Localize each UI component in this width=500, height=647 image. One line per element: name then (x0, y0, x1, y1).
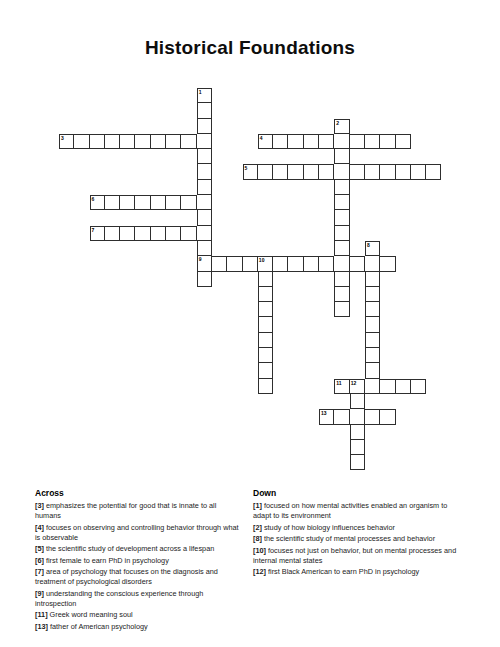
grid-cell[interactable] (135, 226, 150, 241)
grid-cell[interactable] (197, 195, 212, 210)
grid-cell[interactable] (197, 164, 212, 179)
grid-cell[interactable]: 5 (243, 164, 258, 179)
grid-cell[interactable] (334, 256, 349, 271)
clue-down-12: [12]first Black American to earn PhD in … (253, 567, 466, 577)
grid-cell[interactable] (396, 134, 411, 149)
cell-number: 1 (199, 89, 202, 95)
across-clue-list: [3]emphasizes the potential for good tha… (35, 501, 241, 632)
grid-cell[interactable] (365, 272, 380, 287)
grid-cell[interactable] (105, 134, 120, 149)
grid-cell[interactable] (350, 256, 365, 271)
grid-cell[interactable] (197, 119, 212, 134)
clue-number: [7] (35, 567, 44, 576)
grid-cell[interactable] (304, 164, 319, 179)
grid-cell[interactable]: 2 (334, 119, 349, 134)
grid-cell[interactable] (350, 440, 365, 455)
grid-cell[interactable] (304, 256, 319, 271)
grid-cell[interactable] (319, 134, 334, 149)
grid-cell[interactable] (365, 287, 380, 302)
grid-cell[interactable]: 10 (258, 256, 273, 271)
clue-number: [3] (35, 501, 44, 510)
grid-cell[interactable] (166, 195, 181, 210)
grid-cell[interactable] (181, 134, 196, 149)
grid-cell[interactable] (273, 164, 288, 179)
cell-number: 7 (92, 227, 95, 233)
grid-cell[interactable]: 8 (365, 241, 380, 256)
clue-text: study of how biology influences behavior (264, 523, 395, 532)
grid-cell[interactable] (334, 180, 349, 195)
clue-down-10: [10]focuses not just on behavior, but on… (253, 546, 466, 566)
grid-cell[interactable] (380, 134, 395, 149)
clue-text: focuses not just on behavior, but on men… (253, 546, 456, 565)
cell-number: 3 (61, 135, 64, 141)
clue-number: [11] (35, 610, 48, 619)
clue-number: [8] (253, 534, 262, 543)
grid-cell[interactable] (380, 164, 395, 179)
grid-cell[interactable] (105, 226, 120, 241)
grid-cell[interactable] (90, 134, 105, 149)
cell-number: 6 (92, 196, 95, 202)
grid-cell[interactable]: 7 (90, 226, 105, 241)
grid-cell[interactable] (258, 348, 273, 363)
clue-across-11: [11]Greek word meaning soul (35, 610, 241, 620)
clue-text: father of American psychology (50, 622, 148, 631)
cell-number: 12 (351, 380, 357, 386)
clue-down-8: [8]the scientific study of mental proces… (253, 534, 466, 544)
grid-cell[interactable] (365, 317, 380, 332)
grid-cell[interactable] (365, 134, 380, 149)
grid-cell[interactable]: 9 (197, 256, 212, 271)
grid-cell[interactable] (334, 409, 349, 424)
clue-number: [13] (35, 622, 48, 631)
grid-cell[interactable] (258, 302, 273, 317)
clue-across-7: [7]area of psychology that focuses on th… (35, 567, 241, 587)
grid-cell[interactable] (288, 134, 303, 149)
clue-across-6: [6]first female to earn PhD in psycholog… (35, 556, 241, 566)
grid-cell[interactable] (365, 409, 380, 424)
clue-text: focuses on observing and controlling beh… (35, 523, 239, 542)
grid-cell[interactable] (258, 363, 273, 378)
grid-cell[interactable] (258, 272, 273, 287)
grid-cell[interactable] (350, 164, 365, 179)
grid-cell[interactable] (334, 302, 349, 317)
cell-number: 5 (245, 165, 248, 171)
clue-text: Greek word meaning soul (50, 610, 133, 619)
grid-cell[interactable] (365, 256, 380, 271)
grid-cell[interactable]: 6 (90, 195, 105, 210)
grid-cell[interactable] (197, 272, 212, 287)
clue-across-4: [4]focuses on observing and controlling … (35, 523, 241, 543)
clues-across-section: Across [3]emphasizes the potential for g… (35, 488, 241, 633)
grid-cell[interactable] (365, 164, 380, 179)
grid-cell[interactable] (334, 149, 349, 164)
grid-cell[interactable] (151, 226, 166, 241)
grid-cell[interactable] (288, 164, 303, 179)
grid-cell[interactable] (426, 164, 441, 179)
grid-cell[interactable] (288, 256, 303, 271)
cell-number: 11 (336, 380, 341, 386)
clue-down-1: [1]focused on how mental activities enab… (253, 501, 466, 521)
cell-number: 2 (336, 120, 339, 126)
grid-cell[interactable] (365, 363, 380, 378)
clue-number: [5] (35, 544, 44, 553)
grid-cell[interactable] (258, 333, 273, 348)
clue-text: area of psychology that focuses on the d… (35, 567, 218, 586)
grid-cell[interactable]: 3 (59, 134, 74, 149)
clue-text: understanding the conscious experience t… (35, 589, 203, 608)
grid-cell[interactable] (258, 317, 273, 332)
clue-text: emphasizes the potential for good that i… (35, 501, 216, 520)
grid-cell[interactable] (319, 164, 334, 179)
clue-text: first Black American to earn PhD in psyc… (268, 567, 419, 576)
grid-cell[interactable] (334, 164, 349, 179)
clue-across-9: [9]understanding the conscious experienc… (35, 589, 241, 609)
cell-number: 10 (259, 257, 265, 263)
clue-across-13: [13]father of American psychology (35, 622, 241, 632)
grid-cell[interactable] (258, 164, 273, 179)
grid-cell[interactable]: 13 (319, 409, 334, 424)
across-header: Across (35, 488, 241, 498)
clue-text: first female to earn PhD in psychology (46, 556, 169, 565)
grid-cell[interactable] (334, 241, 349, 256)
grid-cell[interactable] (319, 256, 334, 271)
grid-cell[interactable] (181, 226, 196, 241)
clue-number: [6] (35, 556, 44, 565)
puzzle-title: Historical Foundations (0, 37, 500, 59)
grid-cell[interactable] (334, 210, 349, 225)
cell-number: 4 (260, 135, 263, 141)
grid-cell[interactable] (365, 302, 380, 317)
grid-cell[interactable]: 1 (197, 88, 212, 103)
grid-cell[interactable] (411, 164, 426, 179)
grid-cell[interactable] (273, 134, 288, 149)
grid-cell[interactable] (396, 379, 411, 394)
grid-cell[interactable] (380, 379, 395, 394)
grid-cell[interactable] (258, 379, 273, 394)
crossword-grid: 12345678910111213 (59, 88, 441, 470)
grid-cell[interactable] (350, 134, 365, 149)
grid-cell[interactable] (304, 134, 319, 149)
grid-cell[interactable] (273, 256, 288, 271)
clue-across-3: [3]emphasizes the potential for good tha… (35, 501, 241, 521)
clue-text: focused on how mental activities enabled… (253, 501, 447, 520)
clue-number: [4] (35, 523, 44, 532)
cell-number: 8 (367, 242, 370, 248)
grid-cell[interactable] (396, 164, 411, 179)
clue-number: [10] (253, 546, 266, 555)
grid-cell[interactable] (334, 195, 349, 210)
grid-cell[interactable] (227, 256, 242, 271)
grid-cell[interactable] (197, 210, 212, 225)
grid-cell[interactable]: 12 (350, 379, 365, 394)
grid-cell[interactable] (120, 134, 135, 149)
grid-cell[interactable] (135, 134, 150, 149)
grid-cell[interactable] (243, 256, 258, 271)
grid-cell[interactable] (181, 195, 196, 210)
grid-cell[interactable] (350, 455, 365, 470)
down-clue-list: [1]focused on how mental activities enab… (253, 501, 466, 577)
grid-cell[interactable] (380, 409, 395, 424)
grid-cell[interactable] (74, 134, 89, 149)
clue-number: [9] (35, 589, 44, 598)
clue-number: [1] (253, 501, 262, 510)
grid-cell[interactable] (197, 226, 212, 241)
clue-down-2: [2]study of how biology influences behav… (253, 523, 466, 533)
grid-cell[interactable] (334, 272, 349, 287)
grid-cell[interactable]: 4 (258, 134, 273, 149)
cell-number: 13 (321, 410, 327, 416)
grid-cell[interactable] (166, 226, 181, 241)
grid-cell[interactable] (197, 103, 212, 118)
grid-cell[interactable] (151, 134, 166, 149)
clue-number: [12] (253, 567, 266, 576)
grid-cell[interactable] (365, 333, 380, 348)
grid-cell[interactable] (258, 287, 273, 302)
grid-cell[interactable] (120, 195, 135, 210)
grid-cell[interactable] (350, 409, 365, 424)
grid-cell[interactable]: 11 (334, 379, 349, 394)
grid-cell[interactable] (120, 226, 135, 241)
clue-across-5: [5]the scientific study of development a… (35, 544, 241, 554)
grid-cell[interactable] (350, 394, 365, 409)
grid-cell[interactable] (212, 256, 227, 271)
grid-cell[interactable] (197, 180, 212, 195)
grid-cell[interactable] (105, 195, 120, 210)
grid-cell[interactable] (380, 256, 395, 271)
grid-cell[interactable] (151, 195, 166, 210)
grid-cell[interactable] (350, 425, 365, 440)
clue-number: [2] (253, 523, 262, 532)
cell-number: 9 (199, 256, 202, 262)
grid-cell[interactable] (135, 195, 150, 210)
grid-cell[interactable] (197, 241, 212, 256)
clue-text: the scientific study of development acro… (46, 544, 214, 553)
grid-cell[interactable] (365, 348, 380, 363)
grid-cell[interactable] (334, 287, 349, 302)
grid-cell[interactable] (365, 379, 380, 394)
page: Historical Foundations 12345678910111213… (0, 0, 500, 647)
clues-down-section: Down [1]focused on how mental activities… (253, 488, 466, 579)
grid-cell[interactable] (411, 379, 426, 394)
grid-cell[interactable] (197, 134, 212, 149)
grid-cell[interactable] (334, 134, 349, 149)
clue-text: the scientific study of mental processes… (264, 534, 435, 543)
grid-cell[interactable] (334, 226, 349, 241)
grid-cell[interactable] (197, 149, 212, 164)
grid-cell[interactable] (166, 134, 181, 149)
down-header: Down (253, 488, 466, 498)
